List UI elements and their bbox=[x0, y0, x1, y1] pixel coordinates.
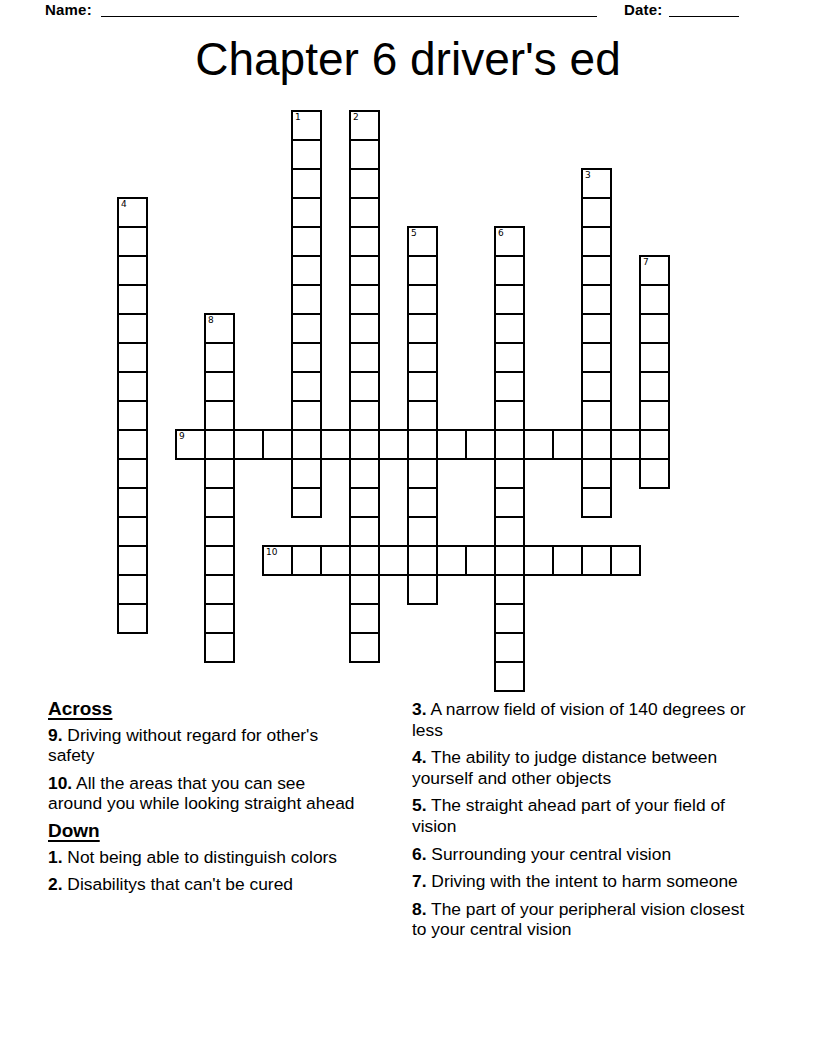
grid-cell-r17c0[interactable] bbox=[117, 603, 148, 634]
clue-3: 3. A narrow field of vision of 140 degre… bbox=[412, 699, 748, 740]
clue-8: 8. The part of your peripheral vision cl… bbox=[412, 899, 748, 940]
grid-cell-r16c8[interactable] bbox=[349, 574, 380, 605]
grid-cell-r12c3[interactable] bbox=[204, 458, 235, 489]
grid-cell-r6c13[interactable] bbox=[494, 284, 525, 315]
grid-cell-r8c8[interactable] bbox=[349, 342, 380, 373]
clue-2: 2. Disabilitys that can't be cured bbox=[48, 874, 356, 895]
grid-cell-r7c16[interactable] bbox=[581, 313, 612, 344]
grid-cell-r12c6[interactable] bbox=[291, 458, 322, 489]
grid-cell-r12c13[interactable] bbox=[494, 458, 525, 489]
grid-cell-r8c10[interactable] bbox=[407, 342, 438, 373]
grid-cell-r13c13[interactable] bbox=[494, 487, 525, 518]
grid-cell-r11c12[interactable] bbox=[465, 429, 496, 460]
across-clues-list: 9. Driving without regard for other's sa… bbox=[48, 725, 356, 814]
grid-cell-r15c17[interactable] bbox=[610, 545, 641, 576]
grid-cell-r6c8[interactable] bbox=[349, 284, 380, 315]
grid-cell-r15c14[interactable] bbox=[523, 545, 554, 576]
clue-10: 10. All the areas that you can see aroun… bbox=[48, 773, 356, 814]
grid-cell-r5c0[interactable] bbox=[117, 255, 148, 286]
grid-cell-r15c13[interactable] bbox=[494, 545, 525, 576]
grid-cell-r7c13[interactable] bbox=[494, 313, 525, 344]
grid-cell-r13c16[interactable] bbox=[581, 487, 612, 518]
down-header: Down bbox=[48, 821, 356, 842]
clue-text: Disabilitys that can't be cured bbox=[63, 874, 293, 894]
grid-cell-r17c3[interactable] bbox=[204, 603, 235, 634]
grid-cell-r7c0[interactable] bbox=[117, 313, 148, 344]
grid-cell-r8c3[interactable] bbox=[204, 342, 235, 373]
clue-1: 1. Not being able to distinguish colors bbox=[48, 847, 356, 868]
grid-cell-r15c3[interactable] bbox=[204, 545, 235, 576]
clues-column-right: 3. A narrow field of vision of 140 degre… bbox=[412, 699, 748, 947]
grid-cell-r5c6[interactable] bbox=[291, 255, 322, 286]
grid-cell-r15c8[interactable] bbox=[349, 545, 380, 576]
grid-cell-r3c8[interactable] bbox=[349, 197, 380, 228]
grid-cell-r1c8[interactable] bbox=[349, 139, 380, 170]
grid-cell-r4c10[interactable]: 5 bbox=[407, 226, 438, 257]
grid-cell-r2c16[interactable]: 3 bbox=[581, 168, 612, 199]
grid-cell-r16c0[interactable] bbox=[117, 574, 148, 605]
clue-number: 6. bbox=[412, 844, 427, 864]
grid-cell-r18c3[interactable] bbox=[204, 632, 235, 663]
grid-cell-r5c16[interactable] bbox=[581, 255, 612, 286]
clue-text: All the areas that you can see around yo… bbox=[48, 773, 354, 814]
grid-cell-r8c13[interactable] bbox=[494, 342, 525, 373]
grid-cell-r11c4[interactable] bbox=[233, 429, 264, 460]
cell-number-8: 8 bbox=[208, 315, 214, 325]
cell-number-5: 5 bbox=[411, 228, 417, 238]
cell-number-2: 2 bbox=[353, 112, 359, 122]
grid-cell-r11c10[interactable] bbox=[407, 429, 438, 460]
grid-cell-r9c13[interactable] bbox=[494, 371, 525, 402]
grid-cell-r16c10[interactable] bbox=[407, 574, 438, 605]
grid-cell-r10c13[interactable] bbox=[494, 400, 525, 431]
across-header: Across bbox=[48, 699, 356, 720]
cell-number-10: 10 bbox=[266, 547, 277, 557]
grid-cell-r11c18[interactable] bbox=[639, 429, 670, 460]
grid-cell-r12c8[interactable] bbox=[349, 458, 380, 489]
clue-number: 3. bbox=[412, 699, 427, 719]
grid-cell-r11c13[interactable] bbox=[494, 429, 525, 460]
grid-cell-r8c6[interactable] bbox=[291, 342, 322, 373]
grid-cell-r5c8[interactable] bbox=[349, 255, 380, 286]
grid-cell-r11c15[interactable] bbox=[552, 429, 583, 460]
grid-cell-r11c17[interactable] bbox=[610, 429, 641, 460]
clue-text: Not being able to distinguish colors bbox=[63, 847, 338, 867]
clue-text: The ability to judge distance between yo… bbox=[412, 747, 717, 788]
grid-cell-r4c6[interactable] bbox=[291, 226, 322, 257]
grid-cell-r4c16[interactable] bbox=[581, 226, 612, 257]
grid-cell-r15c15[interactable] bbox=[552, 545, 583, 576]
grid-cell-r11c2[interactable]: 9 bbox=[175, 429, 206, 460]
grid-cell-r2c6[interactable] bbox=[291, 168, 322, 199]
grid-cell-r11c8[interactable] bbox=[349, 429, 380, 460]
grid-cell-r18c13[interactable] bbox=[494, 632, 525, 663]
grid-cell-r11c3[interactable] bbox=[204, 429, 235, 460]
grid-cell-r7c3[interactable]: 8 bbox=[204, 313, 235, 344]
grid-cell-r15c10[interactable] bbox=[407, 545, 438, 576]
grid-cell-r12c10[interactable] bbox=[407, 458, 438, 489]
grid-cell-r14c8[interactable] bbox=[349, 516, 380, 547]
grid-cell-r5c13[interactable] bbox=[494, 255, 525, 286]
grid-cell-r4c0[interactable] bbox=[117, 226, 148, 257]
cell-number-7: 7 bbox=[643, 257, 649, 267]
grid-cell-r10c6[interactable] bbox=[291, 400, 322, 431]
grid-cell-r13c6[interactable] bbox=[291, 487, 322, 518]
grid-cell-r9c16[interactable] bbox=[581, 371, 612, 402]
cell-number-1: 1 bbox=[295, 112, 301, 122]
grid-cell-r3c0[interactable]: 4 bbox=[117, 197, 148, 228]
grid-cell-r6c18[interactable] bbox=[639, 284, 670, 315]
grid-cell-r9c10[interactable] bbox=[407, 371, 438, 402]
grid-cell-r6c10[interactable] bbox=[407, 284, 438, 315]
grid-cell-r3c6[interactable] bbox=[291, 197, 322, 228]
grid-cell-r10c0[interactable] bbox=[117, 400, 148, 431]
clue-text: The part of your peripheral vision close… bbox=[412, 899, 744, 940]
name-blank-line[interactable] bbox=[101, 0, 597, 17]
clue-number: 7. bbox=[412, 871, 427, 891]
grid-cell-r12c0[interactable] bbox=[117, 458, 148, 489]
grid-cell-r16c3[interactable] bbox=[204, 574, 235, 605]
grid-cell-r12c16[interactable] bbox=[581, 458, 612, 489]
down-clues-list-right: 3. A narrow field of vision of 140 degre… bbox=[412, 699, 748, 940]
grid-cell-r7c6[interactable] bbox=[291, 313, 322, 344]
grid-cell-r6c0[interactable] bbox=[117, 284, 148, 315]
grid-cell-r15c12[interactable] bbox=[465, 545, 496, 576]
clue-7: 7. Driving with the intent to harm someo… bbox=[412, 871, 748, 892]
grid-cell-r9c0[interactable] bbox=[117, 371, 148, 402]
clue-text: Driving with the intent to harm someone bbox=[427, 871, 738, 891]
grid-cell-r10c18[interactable] bbox=[639, 400, 670, 431]
grid-cell-r14c3[interactable] bbox=[204, 516, 235, 547]
grid-cell-r13c8[interactable] bbox=[349, 487, 380, 518]
grid-cell-r11c0[interactable] bbox=[117, 429, 148, 460]
grid-cell-r6c6[interactable] bbox=[291, 284, 322, 315]
grid-cell-r9c6[interactable] bbox=[291, 371, 322, 402]
clue-number: 10. bbox=[48, 773, 72, 793]
grid-cell-r7c18[interactable] bbox=[639, 313, 670, 344]
grid-cell-r12c18[interactable] bbox=[639, 458, 670, 489]
clues-column-left: Across 9. Driving without regard for oth… bbox=[48, 699, 356, 902]
clue-number: 8. bbox=[412, 899, 427, 919]
date-blank-line[interactable] bbox=[669, 0, 739, 17]
clue-text: A narrow field of vision of 140 degrees … bbox=[412, 699, 746, 740]
grid-cell-r5c10[interactable] bbox=[407, 255, 438, 286]
grid-cell-r11c7[interactable] bbox=[320, 429, 351, 460]
grid-cell-r16c13[interactable] bbox=[494, 574, 525, 605]
grid-cell-r11c5[interactable] bbox=[262, 429, 293, 460]
name-label: Name: bbox=[45, 1, 92, 18]
cell-number-3: 3 bbox=[585, 170, 591, 180]
grid-cell-r0c8[interactable]: 2 bbox=[349, 110, 380, 141]
grid-cell-r14c0[interactable] bbox=[117, 516, 148, 547]
clue-number: 2. bbox=[48, 874, 63, 894]
grid-cell-r17c8[interactable] bbox=[349, 603, 380, 634]
grid-cell-r8c18[interactable] bbox=[639, 342, 670, 373]
grid-cell-r13c3[interactable] bbox=[204, 487, 235, 518]
grid-cell-r15c5[interactable]: 10 bbox=[262, 545, 293, 576]
grid-cell-r19c13[interactable] bbox=[494, 661, 525, 692]
cell-number-6: 6 bbox=[498, 228, 504, 238]
grid-cell-r6c16[interactable] bbox=[581, 284, 612, 315]
clue-number: 5. bbox=[412, 795, 427, 815]
grid-cell-r17c13[interactable] bbox=[494, 603, 525, 634]
clue-number: 9. bbox=[48, 725, 63, 745]
cell-number-9: 9 bbox=[179, 431, 185, 441]
grid-cell-r4c13[interactable]: 6 bbox=[494, 226, 525, 257]
grid-cell-r15c16[interactable] bbox=[581, 545, 612, 576]
clue-9: 9. Driving without regard for other's sa… bbox=[48, 725, 356, 766]
clue-6: 6. Surrounding your central vision bbox=[412, 844, 748, 865]
grid-cell-r10c16[interactable] bbox=[581, 400, 612, 431]
grid-cell-r7c10[interactable] bbox=[407, 313, 438, 344]
grid-cell-r11c6[interactable] bbox=[291, 429, 322, 460]
clue-4: 4. The ability to judge distance between… bbox=[412, 747, 748, 788]
grid-cell-r10c10[interactable] bbox=[407, 400, 438, 431]
cell-number-4: 4 bbox=[121, 199, 127, 209]
grid-cell-r11c16[interactable] bbox=[581, 429, 612, 460]
grid-cell-r9c8[interactable] bbox=[349, 371, 380, 402]
grid-cell-r15c0[interactable] bbox=[117, 545, 148, 576]
grid-cell-r4c8[interactable] bbox=[349, 226, 380, 257]
puzzle-title: Chapter 6 driver's ed bbox=[0, 32, 816, 86]
grid-cell-r13c10[interactable] bbox=[407, 487, 438, 518]
grid-cell-r8c0[interactable] bbox=[117, 342, 148, 373]
down-clues-list-left: 1. Not being able to distinguish colors2… bbox=[48, 847, 356, 895]
grid-cell-r10c3[interactable] bbox=[204, 400, 235, 431]
grid-cell-r15c7[interactable] bbox=[320, 545, 351, 576]
grid-cell-r3c16[interactable] bbox=[581, 197, 612, 228]
grid-cell-r13c0[interactable] bbox=[117, 487, 148, 518]
worksheet-page: Name: Date: Chapter 6 driver's ed 123456… bbox=[0, 0, 816, 1056]
grid-cell-r14c10[interactable] bbox=[407, 516, 438, 547]
grid-cell-r11c14[interactable] bbox=[523, 429, 554, 460]
grid-cell-r5c18[interactable]: 7 bbox=[639, 255, 670, 286]
grid-cell-r1c6[interactable] bbox=[291, 139, 322, 170]
grid-cell-r9c3[interactable] bbox=[204, 371, 235, 402]
clue-5: 5. The straight ahead part of your field… bbox=[412, 795, 748, 836]
date-label: Date: bbox=[624, 1, 663, 18]
clue-text: Surrounding your central vision bbox=[427, 844, 672, 864]
clue-number: 1. bbox=[48, 847, 63, 867]
grid-cell-r15c11[interactable] bbox=[436, 545, 467, 576]
grid-cell-r2c8[interactable] bbox=[349, 168, 380, 199]
grid-cell-r15c6[interactable] bbox=[291, 545, 322, 576]
grid-cell-r9c18[interactable] bbox=[639, 371, 670, 402]
worksheet-header: Name: Date: bbox=[0, 0, 816, 20]
clue-text: Driving without regard for other's safet… bbox=[48, 725, 318, 766]
crossword-grid: 12345678910 bbox=[117, 110, 670, 692]
grid-cell-r8c16[interactable] bbox=[581, 342, 612, 373]
clue-number: 4. bbox=[412, 747, 427, 767]
clue-text: The straight ahead part of your field of… bbox=[412, 795, 725, 836]
grid-cell-r0c6[interactable]: 1 bbox=[291, 110, 322, 141]
grid-cell-r11c11[interactable] bbox=[436, 429, 467, 460]
grid-cell-r7c8[interactable] bbox=[349, 313, 380, 344]
grid-cell-r11c9[interactable] bbox=[378, 429, 409, 460]
grid-cell-r15c9[interactable] bbox=[378, 545, 409, 576]
grid-cell-r10c8[interactable] bbox=[349, 400, 380, 431]
grid-cell-r14c13[interactable] bbox=[494, 516, 525, 547]
grid-cell-r18c8[interactable] bbox=[349, 632, 380, 663]
